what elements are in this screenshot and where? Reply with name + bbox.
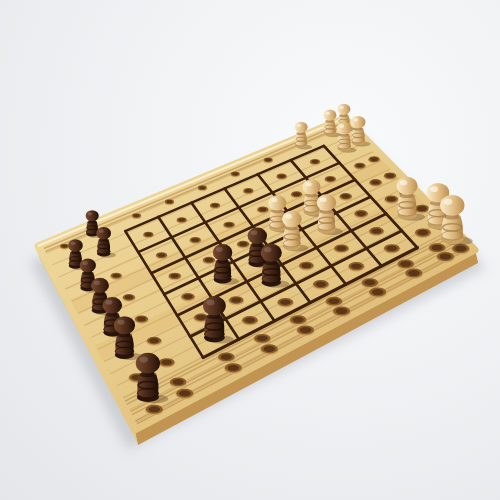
peg-hole[interactable] <box>60 244 70 250</box>
peg-hole[interactable] <box>132 213 142 219</box>
peg-hole[interactable] <box>197 185 207 191</box>
product-photo <box>0 0 500 500</box>
peg-hole[interactable] <box>230 171 240 177</box>
peg-light[interactable] <box>351 116 371 147</box>
peg-hole[interactable] <box>263 157 273 163</box>
peg-board-photo <box>0 0 500 500</box>
peg-hole[interactable] <box>164 199 174 205</box>
peg-light[interactable] <box>440 195 473 245</box>
